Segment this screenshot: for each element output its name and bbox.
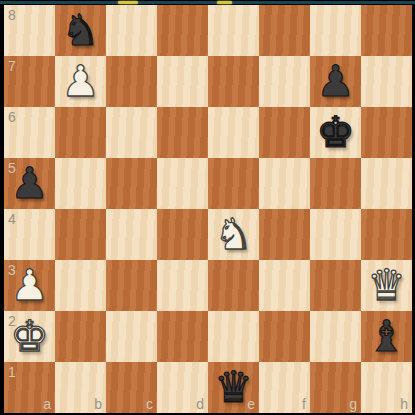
square-h5[interactable] [361,158,412,209]
square-d8[interactable] [157,5,208,56]
file-label-h: h [400,397,408,411]
square-c3[interactable] [106,260,157,311]
piece-white-pawn[interactable]: ♟ [4,260,55,311]
square-b4[interactable] [55,209,106,260]
square-f5[interactable] [259,158,310,209]
square-f4[interactable] [259,209,310,260]
square-g1[interactable]: g [310,362,361,413]
square-c4[interactable] [106,209,157,260]
piece-white-knight[interactable]: ♞ [208,209,259,260]
piece-white-king[interactable]: ♚ [4,311,55,362]
piece-black-queen[interactable]: ♛ [208,362,259,413]
square-e2[interactable] [208,311,259,362]
status-strip [0,1,415,4]
square-d5[interactable] [157,158,208,209]
square-f1[interactable]: f [259,362,310,413]
chess-app-screen: 8♞7♟♟6♚5♟4♞3♟♛2♚♝1abcde♛fgh [0,0,415,415]
square-g6[interactable]: ♚ [310,107,361,158]
square-b6[interactable] [55,107,106,158]
piece-black-bishop[interactable]: ♝ [361,311,412,362]
square-b5[interactable] [55,158,106,209]
square-g5[interactable] [310,158,361,209]
square-g3[interactable] [310,260,361,311]
square-f6[interactable] [259,107,310,158]
rank-label-1: 1 [8,365,16,379]
square-g4[interactable] [310,209,361,260]
square-f8[interactable] [259,5,310,56]
file-label-a: a [43,397,51,411]
square-e1[interactable]: e♛ [208,362,259,413]
square-b7[interactable]: ♟ [55,56,106,107]
file-label-b: b [94,397,102,411]
square-c1[interactable]: c [106,362,157,413]
square-e6[interactable] [208,107,259,158]
square-d6[interactable] [157,107,208,158]
square-h6[interactable] [361,107,412,158]
square-a7[interactable]: 7 [4,56,55,107]
square-e8[interactable] [208,5,259,56]
file-label-g: g [349,397,357,411]
square-g7[interactable]: ♟ [310,56,361,107]
square-g8[interactable] [310,5,361,56]
square-d7[interactable] [157,56,208,107]
square-c8[interactable] [106,5,157,56]
rank-label-4: 4 [8,212,16,226]
square-a2[interactable]: 2♚ [4,311,55,362]
square-e7[interactable] [208,56,259,107]
square-d1[interactable]: d [157,362,208,413]
piece-white-queen[interactable]: ♛ [361,260,412,311]
square-f2[interactable] [259,311,310,362]
square-e4[interactable]: ♞ [208,209,259,260]
piece-black-king[interactable]: ♚ [310,107,361,158]
rank-label-6: 6 [8,110,16,124]
square-b2[interactable] [55,311,106,362]
progress-marker-1 [118,1,138,4]
square-f7[interactable] [259,56,310,107]
piece-white-pawn[interactable]: ♟ [55,56,106,107]
piece-black-pawn[interactable]: ♟ [310,56,361,107]
square-h1[interactable]: h [361,362,412,413]
square-a3[interactable]: 3♟ [4,260,55,311]
file-label-c: c [146,397,153,411]
rank-label-7: 7 [8,59,16,73]
piece-black-pawn[interactable]: ♟ [4,158,55,209]
square-b1[interactable]: b [55,362,106,413]
square-a5[interactable]: 5♟ [4,158,55,209]
square-a1[interactable]: 1a [4,362,55,413]
file-label-d: d [196,397,204,411]
piece-black-knight[interactable]: ♞ [55,5,106,56]
file-label-f: f [302,397,306,411]
square-c7[interactable] [106,56,157,107]
chess-board: 8♞7♟♟6♚5♟4♞3♟♛2♚♝1abcde♛fgh [4,5,412,413]
square-h3[interactable]: ♛ [361,260,412,311]
square-a8[interactable]: 8 [4,5,55,56]
rank-label-8: 8 [8,8,16,22]
square-b8[interactable]: ♞ [55,5,106,56]
square-d3[interactable] [157,260,208,311]
square-a4[interactable]: 4 [4,209,55,260]
square-h2[interactable]: ♝ [361,311,412,362]
square-c5[interactable] [106,158,157,209]
square-e3[interactable] [208,260,259,311]
square-c2[interactable] [106,311,157,362]
square-d2[interactable] [157,311,208,362]
square-e5[interactable] [208,158,259,209]
square-a6[interactable]: 6 [4,107,55,158]
square-f3[interactable] [259,260,310,311]
square-g2[interactable] [310,311,361,362]
square-c6[interactable] [106,107,157,158]
square-b3[interactable] [55,260,106,311]
square-d4[interactable] [157,209,208,260]
square-h7[interactable] [361,56,412,107]
progress-marker-2 [217,1,232,4]
square-h4[interactable] [361,209,412,260]
square-h8[interactable] [361,5,412,56]
